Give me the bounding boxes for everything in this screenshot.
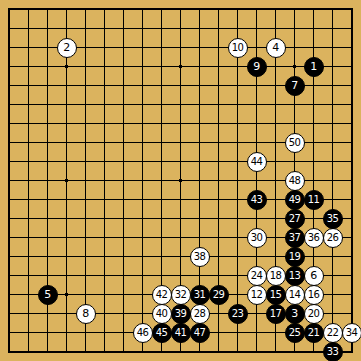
- stone-white-12: 12: [247, 285, 267, 305]
- grid-line-v-18: [332, 9, 333, 352]
- grid-line-v-13: [237, 9, 238, 352]
- stone-white-48: 48: [285, 171, 305, 191]
- stone-white-8: 8: [76, 304, 96, 324]
- stone-white-10: 10: [228, 38, 248, 58]
- stone-black-7: 7: [285, 76, 305, 96]
- stone-black-21: 21: [304, 323, 324, 343]
- stone-black-45: 45: [152, 323, 172, 343]
- stone-white-16: 16: [304, 285, 324, 305]
- stone-black-11: 11: [304, 190, 324, 210]
- stone-white-42: 42: [152, 285, 172, 305]
- stone-white-22: 22: [323, 323, 343, 343]
- stone-white-34: 34: [342, 323, 361, 343]
- stone-white-30: 30: [247, 228, 267, 248]
- stone-black-35: 35: [323, 209, 343, 229]
- stone-black-43: 43: [247, 190, 267, 210]
- stone-white-32: 32: [171, 285, 191, 305]
- stone-black-37: 37: [285, 228, 305, 248]
- stone-black-27: 27: [285, 209, 305, 229]
- stone-black-15: 15: [266, 285, 286, 305]
- stone-black-13: 13: [285, 266, 305, 286]
- go-board[interactable]: 1234567891011121314151617181920212223242…: [0, 0, 361, 361]
- stone-white-36: 36: [304, 228, 324, 248]
- stone-black-49: 49: [285, 190, 305, 210]
- star-point-7: [65, 293, 68, 296]
- stone-white-44: 44: [247, 152, 267, 172]
- stone-white-28: 28: [190, 304, 210, 324]
- stone-black-29: 29: [209, 285, 229, 305]
- stone-white-46: 46: [133, 323, 153, 343]
- stone-white-24: 24: [247, 266, 267, 286]
- stone-black-3: 3: [285, 304, 305, 324]
- stone-white-40: 40: [152, 304, 172, 324]
- stone-black-47: 47: [190, 323, 210, 343]
- stone-white-4: 4: [266, 38, 286, 58]
- stone-black-33: 33: [323, 342, 343, 361]
- stone-black-41: 41: [171, 323, 191, 343]
- stone-black-17: 17: [266, 304, 286, 324]
- stone-black-23: 23: [228, 304, 248, 324]
- stone-white-2: 2: [57, 38, 77, 58]
- star-point-3: [293, 65, 296, 68]
- stone-white-20: 20: [304, 304, 324, 324]
- star-point-5: [179, 179, 182, 182]
- star-point-4: [65, 179, 68, 182]
- stone-black-31: 31: [190, 285, 210, 305]
- stone-white-18: 18: [266, 266, 286, 286]
- stone-white-26: 26: [323, 228, 343, 248]
- star-point-2: [179, 65, 182, 68]
- stone-black-9: 9: [247, 57, 267, 77]
- stone-white-38: 38: [190, 247, 210, 267]
- stone-white-6: 6: [304, 266, 324, 286]
- star-point-1: [65, 65, 68, 68]
- stone-black-39: 39: [171, 304, 191, 324]
- stone-black-19: 19: [285, 247, 305, 267]
- stone-black-25: 25: [285, 323, 305, 343]
- stone-white-14: 14: [285, 285, 305, 305]
- stone-white-50: 50: [285, 133, 305, 153]
- stone-black-1: 1: [304, 57, 324, 77]
- stone-black-5: 5: [38, 285, 58, 305]
